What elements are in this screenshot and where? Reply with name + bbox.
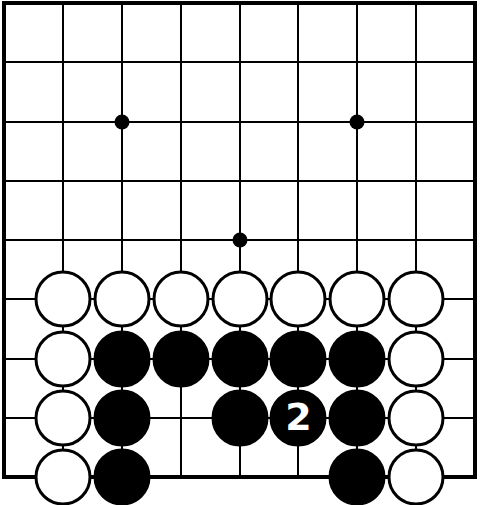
- intersection-r3c7: [387, 151, 446, 210]
- star-point: [350, 114, 365, 129]
- intersection-r6c4: [210, 329, 269, 388]
- intersection-r7c2: [92, 388, 151, 447]
- intersection-r2c5: [269, 92, 328, 151]
- intersection-r1c2: [92, 33, 151, 92]
- go-diagram: 2: [0, 0, 480, 505]
- intersection-r5c7: [387, 270, 446, 329]
- white-stone: [270, 271, 327, 328]
- intersection-r4c5: [269, 210, 328, 269]
- intersection-r6c0: [0, 329, 33, 388]
- intersection-r8c8: [446, 447, 480, 505]
- intersection-r3c2: [92, 151, 151, 210]
- intersection-r7c0: [0, 388, 33, 447]
- intersection-r3c1: [33, 151, 92, 210]
- intersection-r4c1: [33, 210, 92, 269]
- white-stone: [34, 330, 91, 387]
- white-stone: [388, 449, 445, 505]
- intersection-r0c0: [0, 0, 33, 33]
- intersection-r8c7: [387, 447, 446, 505]
- intersection-r6c6: [328, 329, 387, 388]
- intersection-r0c3: [151, 0, 210, 33]
- white-stone: [388, 330, 445, 387]
- black-stone: 2: [270, 389, 327, 446]
- white-stone: [34, 271, 91, 328]
- intersection-r2c1: [33, 92, 92, 151]
- intersection-r7c1: [33, 388, 92, 447]
- intersection-r0c7: [387, 0, 446, 33]
- intersection-r6c7: [387, 329, 446, 388]
- intersection-r1c0: [0, 33, 33, 92]
- intersection-r5c2: [92, 270, 151, 329]
- intersection-r3c5: [269, 151, 328, 210]
- intersection-r6c1: [33, 329, 92, 388]
- intersection-r2c7: [387, 92, 446, 151]
- intersection-r2c2: [92, 92, 151, 151]
- intersection-r0c4: [210, 0, 269, 33]
- intersection-r4c3: [151, 210, 210, 269]
- intersection-r3c8: [446, 151, 480, 210]
- white-stone: [388, 271, 445, 328]
- black-stone: [211, 389, 268, 446]
- intersection-r5c5: [269, 270, 328, 329]
- intersection-r1c7: [387, 33, 446, 92]
- intersection-r3c6: [328, 151, 387, 210]
- intersection-r8c5: [269, 447, 328, 505]
- intersection-r0c8: [446, 0, 480, 33]
- intersection-r0c6: [328, 0, 387, 33]
- intersection-r4c0: [0, 210, 33, 269]
- black-stone: [93, 330, 150, 387]
- black-stone: [93, 389, 150, 446]
- intersection-r8c6: [328, 447, 387, 505]
- white-stone: [329, 271, 386, 328]
- intersection-r1c1: [33, 33, 92, 92]
- move-number-label: 2: [285, 398, 311, 436]
- white-stone: [152, 271, 209, 328]
- intersection-r1c3: [151, 33, 210, 92]
- go-board-grid: 2: [0, 0, 480, 505]
- intersection-r8c4: [210, 447, 269, 505]
- intersection-r1c5: [269, 33, 328, 92]
- intersection-r3c0: [0, 151, 33, 210]
- intersection-r5c6: [328, 270, 387, 329]
- intersection-r3c4: [210, 151, 269, 210]
- intersection-r4c6: [328, 210, 387, 269]
- black-stone: [329, 449, 386, 505]
- intersection-r0c5: [269, 0, 328, 33]
- white-stone: [34, 449, 91, 505]
- intersection-r4c4: [210, 210, 269, 269]
- intersection-r2c4: [210, 92, 269, 151]
- intersection-r2c0: [0, 92, 33, 151]
- intersection-r7c5: 2: [269, 388, 328, 447]
- intersection-r1c8: [446, 33, 480, 92]
- black-stone: [152, 330, 209, 387]
- intersection-r2c6: [328, 92, 387, 151]
- intersection-r8c3: [151, 447, 210, 505]
- intersection-r5c0: [0, 270, 33, 329]
- white-stone: [211, 271, 268, 328]
- intersection-r6c5: [269, 329, 328, 388]
- intersection-r4c7: [387, 210, 446, 269]
- intersection-r4c8: [446, 210, 480, 269]
- black-stone: [329, 389, 386, 446]
- black-stone: [93, 449, 150, 505]
- intersection-r2c3: [151, 92, 210, 151]
- intersection-r2c8: [446, 92, 480, 151]
- intersection-r6c8: [446, 329, 480, 388]
- black-stone: [211, 330, 268, 387]
- intersection-r5c8: [446, 270, 480, 329]
- intersection-r5c3: [151, 270, 210, 329]
- intersection-r7c3: [151, 388, 210, 447]
- intersection-r6c3: [151, 329, 210, 388]
- black-stone: [270, 330, 327, 387]
- intersection-r0c2: [92, 0, 151, 33]
- star-point: [114, 114, 129, 129]
- intersection-r1c6: [328, 33, 387, 92]
- intersection-r3c3: [151, 151, 210, 210]
- intersection-r0c1: [33, 0, 92, 33]
- white-stone: [93, 271, 150, 328]
- white-stone: [388, 389, 445, 446]
- intersection-r5c4: [210, 270, 269, 329]
- intersection-r4c2: [92, 210, 151, 269]
- intersection-r7c8: [446, 388, 480, 447]
- intersection-r6c2: [92, 329, 151, 388]
- intersection-r7c4: [210, 388, 269, 447]
- intersection-r7c6: [328, 388, 387, 447]
- intersection-r8c0: [0, 447, 33, 505]
- intersection-r5c1: [33, 270, 92, 329]
- star-point: [232, 233, 247, 248]
- intersection-r8c1: [33, 447, 92, 505]
- intersection-r8c2: [92, 447, 151, 505]
- intersection-r7c7: [387, 388, 446, 447]
- white-stone: [34, 389, 91, 446]
- black-stone: [329, 330, 386, 387]
- intersection-r1c4: [210, 33, 269, 92]
